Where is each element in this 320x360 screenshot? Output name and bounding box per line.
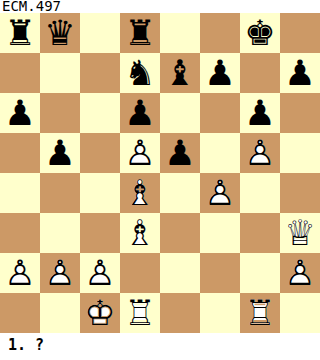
square-f8[interactable] bbox=[200, 13, 240, 53]
puzzle-title: ECM.497 bbox=[2, 0, 61, 13]
square-h4[interactable] bbox=[280, 173, 320, 213]
square-a5[interactable] bbox=[0, 133, 40, 173]
square-f1[interactable] bbox=[200, 293, 240, 333]
square-b6[interactable] bbox=[40, 93, 80, 133]
square-e2[interactable] bbox=[160, 253, 200, 293]
piece-white-pawn-icon: ♟♙ bbox=[0, 253, 40, 293]
piece-white-pawn-icon: ♟♙ bbox=[40, 253, 80, 293]
piece-black-knight-icon: ♞ bbox=[120, 53, 160, 93]
square-a3[interactable] bbox=[0, 213, 40, 253]
piece-white-rook-icon: ♜♖ bbox=[240, 293, 280, 333]
square-b1[interactable] bbox=[40, 293, 80, 333]
chess-diagram-page: ECM.497 ♜♛♜♚♞♝♟♟♟♟♟♟♟♙♟♟♙♝♗♟♙♝♗♛♕♟♙♟♙♟♙♟… bbox=[0, 0, 320, 360]
square-d1[interactable]: ♜♖ bbox=[120, 293, 160, 333]
square-c4[interactable] bbox=[80, 173, 120, 213]
square-c2[interactable]: ♟♙ bbox=[80, 253, 120, 293]
square-f7[interactable]: ♟ bbox=[200, 53, 240, 93]
square-d2[interactable] bbox=[120, 253, 160, 293]
square-a8[interactable]: ♜ bbox=[0, 13, 40, 53]
square-d5[interactable]: ♟♙ bbox=[120, 133, 160, 173]
square-h7[interactable]: ♟ bbox=[280, 53, 320, 93]
piece-black-queen-icon: ♛ bbox=[40, 13, 80, 53]
square-h3[interactable]: ♛♕ bbox=[280, 213, 320, 253]
square-h5[interactable] bbox=[280, 133, 320, 173]
square-f3[interactable] bbox=[200, 213, 240, 253]
piece-black-king-icon: ♚ bbox=[240, 13, 280, 53]
square-a6[interactable]: ♟ bbox=[0, 93, 40, 133]
square-c3[interactable] bbox=[80, 213, 120, 253]
square-g4[interactable] bbox=[240, 173, 280, 213]
square-d4[interactable]: ♝♗ bbox=[120, 173, 160, 213]
piece-black-pawn-icon: ♟ bbox=[40, 133, 80, 173]
square-e3[interactable] bbox=[160, 213, 200, 253]
piece-black-pawn-icon: ♟ bbox=[120, 93, 160, 133]
piece-black-rook-icon: ♜ bbox=[120, 13, 160, 53]
square-c5[interactable] bbox=[80, 133, 120, 173]
square-b7[interactable] bbox=[40, 53, 80, 93]
square-b3[interactable] bbox=[40, 213, 80, 253]
piece-black-pawn-icon: ♟ bbox=[0, 93, 40, 133]
piece-white-pawn-icon: ♟♙ bbox=[280, 253, 320, 293]
square-h2[interactable]: ♟♙ bbox=[280, 253, 320, 293]
square-b8[interactable]: ♛ bbox=[40, 13, 80, 53]
piece-black-rook-icon: ♜ bbox=[0, 13, 40, 53]
square-b2[interactable]: ♟♙ bbox=[40, 253, 80, 293]
piece-black-pawn-icon: ♟ bbox=[200, 53, 240, 93]
square-c8[interactable] bbox=[80, 13, 120, 53]
piece-white-queen-icon: ♛♕ bbox=[280, 213, 320, 253]
piece-black-pawn-icon: ♟ bbox=[160, 133, 200, 173]
piece-black-pawn-icon: ♟ bbox=[280, 53, 320, 93]
square-f6[interactable] bbox=[200, 93, 240, 133]
square-d8[interactable]: ♜ bbox=[120, 13, 160, 53]
square-h1[interactable] bbox=[280, 293, 320, 333]
piece-white-pawn-icon: ♟♙ bbox=[120, 133, 160, 173]
square-g6[interactable]: ♟ bbox=[240, 93, 280, 133]
square-f2[interactable] bbox=[200, 253, 240, 293]
piece-white-pawn-icon: ♟♙ bbox=[240, 133, 280, 173]
square-f4[interactable]: ♟♙ bbox=[200, 173, 240, 213]
piece-white-rook-icon: ♜♖ bbox=[120, 293, 160, 333]
square-e5[interactable]: ♟ bbox=[160, 133, 200, 173]
square-e8[interactable] bbox=[160, 13, 200, 53]
square-g1[interactable]: ♜♖ bbox=[240, 293, 280, 333]
square-e6[interactable] bbox=[160, 93, 200, 133]
piece-black-bishop-icon: ♝ bbox=[160, 53, 200, 93]
square-f5[interactable] bbox=[200, 133, 240, 173]
chess-board: ♜♛♜♚♞♝♟♟♟♟♟♟♟♙♟♟♙♝♗♟♙♝♗♛♕♟♙♟♙♟♙♟♙♚♔♜♖♜♖ bbox=[0, 13, 320, 333]
piece-white-pawn-icon: ♟♙ bbox=[200, 173, 240, 213]
square-b5[interactable]: ♟ bbox=[40, 133, 80, 173]
piece-black-pawn-icon: ♟ bbox=[240, 93, 280, 133]
square-a4[interactable] bbox=[0, 173, 40, 213]
square-d6[interactable]: ♟ bbox=[120, 93, 160, 133]
square-c6[interactable] bbox=[80, 93, 120, 133]
square-g7[interactable] bbox=[240, 53, 280, 93]
piece-white-bishop-icon: ♝♗ bbox=[120, 173, 160, 213]
square-g5[interactable]: ♟♙ bbox=[240, 133, 280, 173]
square-h6[interactable] bbox=[280, 93, 320, 133]
square-g3[interactable] bbox=[240, 213, 280, 253]
piece-white-pawn-icon: ♟♙ bbox=[80, 253, 120, 293]
piece-white-king-icon: ♚♔ bbox=[80, 293, 120, 333]
square-a2[interactable]: ♟♙ bbox=[0, 253, 40, 293]
square-d7[interactable]: ♞ bbox=[120, 53, 160, 93]
square-c7[interactable] bbox=[80, 53, 120, 93]
square-b4[interactable] bbox=[40, 173, 80, 213]
square-e7[interactable]: ♝ bbox=[160, 53, 200, 93]
square-g8[interactable]: ♚ bbox=[240, 13, 280, 53]
square-g2[interactable] bbox=[240, 253, 280, 293]
square-a1[interactable] bbox=[0, 293, 40, 333]
square-c1[interactable]: ♚♔ bbox=[80, 293, 120, 333]
square-h8[interactable] bbox=[280, 13, 320, 53]
square-d3[interactable]: ♝♗ bbox=[120, 213, 160, 253]
move-prompt: 1. ? bbox=[8, 336, 44, 356]
square-e1[interactable] bbox=[160, 293, 200, 333]
square-a7[interactable] bbox=[0, 53, 40, 93]
square-e4[interactable] bbox=[160, 173, 200, 213]
piece-white-bishop-icon: ♝♗ bbox=[120, 213, 160, 253]
